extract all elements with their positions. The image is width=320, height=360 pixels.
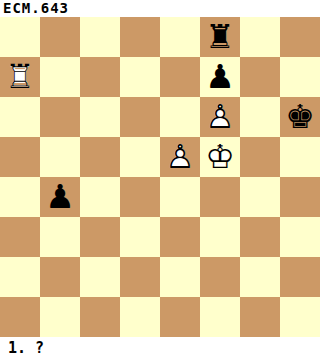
- square-h7[interactable]: [280, 57, 320, 97]
- move-prompt: 1. ?: [0, 337, 320, 360]
- white-pawn-f6: ♟♙: [200, 97, 240, 137]
- square-d1[interactable]: [120, 297, 160, 337]
- square-e7[interactable]: [160, 57, 200, 97]
- square-e8[interactable]: [160, 17, 200, 57]
- square-e5[interactable]: ♟♙: [160, 137, 200, 177]
- square-f6[interactable]: ♟♙: [200, 97, 240, 137]
- square-b4[interactable]: ♟: [40, 177, 80, 217]
- square-a5[interactable]: [0, 137, 40, 177]
- white-rook-outline: ♖: [0, 57, 40, 97]
- square-g5[interactable]: [240, 137, 280, 177]
- square-d4[interactable]: [120, 177, 160, 217]
- black-pawn-f7: ♟: [200, 57, 240, 97]
- square-g8[interactable]: [240, 17, 280, 57]
- square-g4[interactable]: [240, 177, 280, 217]
- square-f8[interactable]: ♜: [200, 17, 240, 57]
- square-c5[interactable]: [80, 137, 120, 177]
- square-g1[interactable]: [240, 297, 280, 337]
- square-c2[interactable]: [80, 257, 120, 297]
- square-h8[interactable]: [280, 17, 320, 57]
- square-h4[interactable]: [280, 177, 320, 217]
- square-b6[interactable]: [40, 97, 80, 137]
- square-e2[interactable]: [160, 257, 200, 297]
- square-e1[interactable]: [160, 297, 200, 337]
- square-h6[interactable]: ♚: [280, 97, 320, 137]
- square-d6[interactable]: [120, 97, 160, 137]
- white-king-outline: ♔: [200, 137, 240, 177]
- square-g3[interactable]: [240, 217, 280, 257]
- square-a1[interactable]: [0, 297, 40, 337]
- square-d7[interactable]: [120, 57, 160, 97]
- square-h5[interactable]: [280, 137, 320, 177]
- square-h3[interactable]: [280, 217, 320, 257]
- square-c1[interactable]: [80, 297, 120, 337]
- square-b2[interactable]: [40, 257, 80, 297]
- square-c6[interactable]: [80, 97, 120, 137]
- square-e6[interactable]: [160, 97, 200, 137]
- square-f2[interactable]: [200, 257, 240, 297]
- square-b8[interactable]: [40, 17, 80, 57]
- square-b1[interactable]: [40, 297, 80, 337]
- square-b5[interactable]: [40, 137, 80, 177]
- square-b7[interactable]: [40, 57, 80, 97]
- square-a4[interactable]: [0, 177, 40, 217]
- square-d5[interactable]: [120, 137, 160, 177]
- square-c4[interactable]: [80, 177, 120, 217]
- square-h1[interactable]: [280, 297, 320, 337]
- square-a6[interactable]: [0, 97, 40, 137]
- black-pawn-b4: ♟: [40, 177, 80, 217]
- white-pawn-outline: ♙: [200, 97, 240, 137]
- square-b3[interactable]: [40, 217, 80, 257]
- black-rook-f8: ♜: [200, 17, 240, 57]
- white-pawn-e5: ♟♙: [160, 137, 200, 177]
- black-king-h6: ♚: [280, 97, 320, 137]
- square-f4[interactable]: [200, 177, 240, 217]
- square-a8[interactable]: [0, 17, 40, 57]
- square-d8[interactable]: [120, 17, 160, 57]
- square-g7[interactable]: [240, 57, 280, 97]
- diagram-title: ECM.643: [0, 0, 320, 17]
- white-king-f5: ♚♔: [200, 137, 240, 177]
- square-f1[interactable]: [200, 297, 240, 337]
- square-f3[interactable]: [200, 217, 240, 257]
- square-e3[interactable]: [160, 217, 200, 257]
- square-g2[interactable]: [240, 257, 280, 297]
- white-pawn-outline: ♙: [160, 137, 200, 177]
- square-f5[interactable]: ♚♔: [200, 137, 240, 177]
- square-c7[interactable]: [80, 57, 120, 97]
- square-e4[interactable]: [160, 177, 200, 217]
- square-h2[interactable]: [280, 257, 320, 297]
- white-rook-a7: ♜♖: [0, 57, 40, 97]
- square-a2[interactable]: [0, 257, 40, 297]
- square-f7[interactable]: ♟: [200, 57, 240, 97]
- chess-board: ♜♜♖♟♟♙♚♟♙♚♔♟: [0, 17, 320, 337]
- square-a7[interactable]: ♜♖: [0, 57, 40, 97]
- square-d3[interactable]: [120, 217, 160, 257]
- square-c8[interactable]: [80, 17, 120, 57]
- square-a3[interactable]: [0, 217, 40, 257]
- square-c3[interactable]: [80, 217, 120, 257]
- chess-diagram-page: ECM.643 ♜♜♖♟♟♙♚♟♙♚♔♟ 1. ?: [0, 0, 320, 360]
- square-d2[interactable]: [120, 257, 160, 297]
- square-g6[interactable]: [240, 97, 280, 137]
